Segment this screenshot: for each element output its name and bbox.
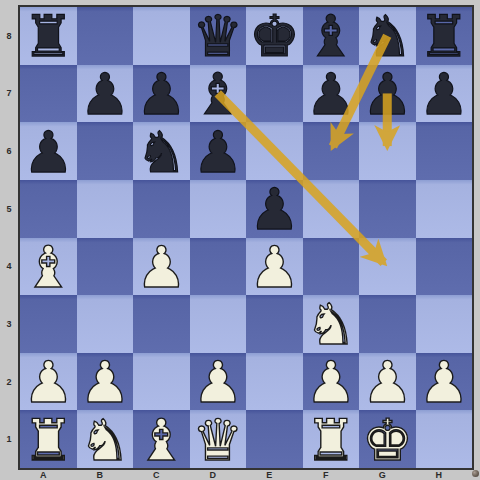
black-bishop[interactable]: ♝ (305, 8, 356, 65)
black-pawn[interactable]: ♟ (249, 181, 300, 238)
file-label-a: A (20, 469, 77, 480)
square-h8[interactable]: ♜ (416, 7, 473, 65)
square-b3[interactable] (77, 295, 134, 353)
white-pawn[interactable]: ♟ (362, 354, 413, 411)
square-g4[interactable] (359, 238, 416, 296)
square-e7[interactable] (246, 65, 303, 123)
white-rook[interactable]: ♜ (305, 412, 356, 469)
square-h4[interactable] (416, 238, 473, 296)
square-c1[interactable]: ♝ (133, 410, 190, 468)
white-knight[interactable]: ♞ (305, 296, 356, 353)
square-f7[interactable]: ♟ (303, 65, 360, 123)
square-g1[interactable]: ♚ (359, 410, 416, 468)
square-g8[interactable]: ♞ (359, 7, 416, 65)
square-a4[interactable]: ♝ (20, 238, 77, 296)
black-queen[interactable]: ♛ (192, 8, 243, 65)
white-pawn[interactable]: ♟ (79, 354, 130, 411)
square-h2[interactable]: ♟ (416, 353, 473, 411)
square-d3[interactable] (190, 295, 247, 353)
square-f4[interactable] (303, 238, 360, 296)
rank-label-1: 1 (0, 410, 18, 468)
white-pawn[interactable]: ♟ (136, 239, 187, 296)
black-pawn[interactable]: ♟ (192, 124, 243, 181)
square-c5[interactable] (133, 180, 190, 238)
square-e4[interactable]: ♟ (246, 238, 303, 296)
rank-label-4: 4 (0, 238, 18, 296)
white-king[interactable]: ♚ (362, 412, 413, 469)
square-f6[interactable] (303, 122, 360, 180)
black-knight[interactable]: ♞ (136, 124, 187, 181)
black-rook[interactable]: ♜ (418, 8, 469, 65)
white-pawn[interactable]: ♟ (249, 239, 300, 296)
square-d2[interactable]: ♟ (190, 353, 247, 411)
black-pawn[interactable]: ♟ (136, 66, 187, 123)
square-a3[interactable] (20, 295, 77, 353)
black-pawn[interactable]: ♟ (418, 66, 469, 123)
square-a5[interactable] (20, 180, 77, 238)
square-e6[interactable] (246, 122, 303, 180)
corner-indicator-dot (472, 470, 479, 477)
square-f1[interactable]: ♜ (303, 410, 360, 468)
square-f8[interactable]: ♝ (303, 7, 360, 65)
square-b2[interactable]: ♟ (77, 353, 134, 411)
square-a2[interactable]: ♟ (20, 353, 77, 411)
square-d1[interactable]: ♛ (190, 410, 247, 468)
rank-label-3: 3 (0, 295, 18, 353)
black-pawn[interactable]: ♟ (23, 124, 74, 181)
square-c8[interactable] (133, 7, 190, 65)
square-c3[interactable] (133, 295, 190, 353)
chess-board[interactable]: ♜♛♚♝♞♜♟♟♝♟♟♟♟♞♟♟♝♟♟♞♟♟♟♟♟♟♜♞♝♛♜♚ (20, 7, 472, 468)
file-label-h: H (416, 469, 473, 480)
square-h1[interactable] (416, 410, 473, 468)
file-label-d: D (190, 469, 247, 480)
square-h7[interactable]: ♟ (416, 65, 473, 123)
white-queen[interactable]: ♛ (192, 412, 243, 469)
square-d5[interactable] (190, 180, 247, 238)
square-d6[interactable]: ♟ (190, 122, 247, 180)
white-pawn[interactable]: ♟ (23, 354, 74, 411)
black-pawn[interactable]: ♟ (305, 66, 356, 123)
chess-gui-window: 87654321 ♜♛♚♝♞♜♟♟♝♟♟♟♟♞♟♟♝♟♟♞♟♟♟♟♟♟♜♞♝♛♜… (0, 0, 480, 480)
square-b1[interactable]: ♞ (77, 410, 134, 468)
square-h5[interactable] (416, 180, 473, 238)
square-e3[interactable] (246, 295, 303, 353)
square-f2[interactable]: ♟ (303, 353, 360, 411)
file-label-g: G (359, 469, 416, 480)
square-c7[interactable]: ♟ (133, 65, 190, 123)
file-label-e: E (246, 469, 303, 480)
black-king[interactable]: ♚ (249, 8, 300, 65)
square-c2[interactable] (133, 353, 190, 411)
square-b6[interactable] (77, 122, 134, 180)
file-label-f: F (303, 469, 360, 480)
square-a8[interactable]: ♜ (20, 7, 77, 65)
square-c4[interactable]: ♟ (133, 238, 190, 296)
square-d8[interactable]: ♛ (190, 7, 247, 65)
rank-labels: 87654321 (0, 7, 18, 468)
square-g2[interactable]: ♟ (359, 353, 416, 411)
square-e1[interactable] (246, 410, 303, 468)
square-f5[interactable] (303, 180, 360, 238)
square-g7[interactable]: ♟ (359, 65, 416, 123)
square-b4[interactable] (77, 238, 134, 296)
rank-label-2: 2 (0, 353, 18, 411)
square-a7[interactable] (20, 65, 77, 123)
white-pawn[interactable]: ♟ (418, 354, 469, 411)
white-knight[interactable]: ♞ (79, 412, 130, 469)
square-b5[interactable] (77, 180, 134, 238)
black-pawn[interactable]: ♟ (362, 66, 413, 123)
square-e2[interactable] (246, 353, 303, 411)
square-g5[interactable] (359, 180, 416, 238)
white-pawn[interactable]: ♟ (192, 354, 243, 411)
square-g3[interactable] (359, 295, 416, 353)
black-knight[interactable]: ♞ (362, 8, 413, 65)
rank-label-8: 8 (0, 7, 18, 65)
square-h3[interactable] (416, 295, 473, 353)
square-b8[interactable] (77, 7, 134, 65)
square-b7[interactable]: ♟ (77, 65, 134, 123)
black-pawn[interactable]: ♟ (79, 66, 130, 123)
rank-label-6: 6 (0, 122, 18, 180)
black-rook[interactable]: ♜ (23, 8, 74, 65)
rank-label-5: 5 (0, 180, 18, 238)
file-label-b: B (77, 469, 134, 480)
black-bishop[interactable]: ♝ (192, 66, 243, 123)
square-f3[interactable]: ♞ (303, 295, 360, 353)
square-d7[interactable]: ♝ (190, 65, 247, 123)
white-bishop[interactable]: ♝ (23, 239, 74, 296)
file-labels: ABCDEFGH (20, 469, 472, 480)
square-d4[interactable] (190, 238, 247, 296)
square-g6[interactable] (359, 122, 416, 180)
white-pawn[interactable]: ♟ (305, 354, 356, 411)
white-bishop[interactable]: ♝ (136, 412, 187, 469)
chess-board-frame: ♜♛♚♝♞♜♟♟♝♟♟♟♟♞♟♟♝♟♟♞♟♟♟♟♟♟♜♞♝♛♜♚ (18, 5, 474, 470)
white-rook[interactable]: ♜ (23, 412, 74, 469)
square-a6[interactable]: ♟ (20, 122, 77, 180)
rank-label-7: 7 (0, 65, 18, 123)
square-h6[interactable] (416, 122, 473, 180)
square-e8[interactable]: ♚ (246, 7, 303, 65)
square-c6[interactable]: ♞ (133, 122, 190, 180)
file-label-c: C (133, 469, 190, 480)
square-e5[interactable]: ♟ (246, 180, 303, 238)
square-a1[interactable]: ♜ (20, 410, 77, 468)
